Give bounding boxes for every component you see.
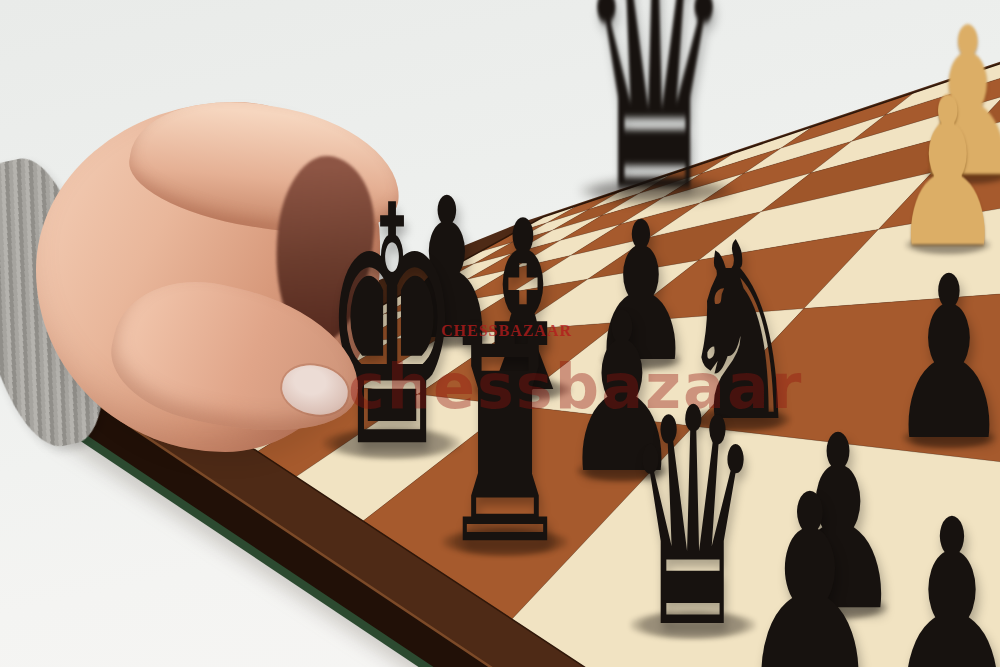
chess-product-photo: ♛♟♟♟♟♝♞♟♚♟♜♟♛♟♟ CHESSBAZAAR chessbazaar bbox=[0, 0, 1000, 667]
watermark-small: CHESSBAZAAR bbox=[441, 322, 572, 340]
